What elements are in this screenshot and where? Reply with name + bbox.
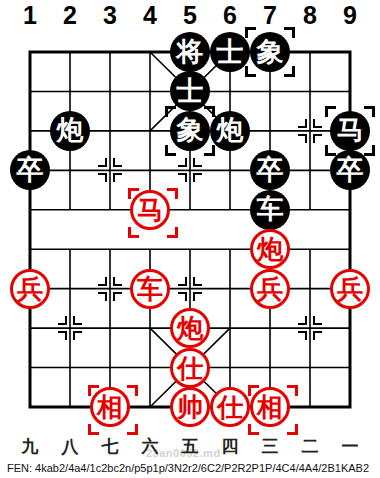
point-marker-corner <box>98 292 107 301</box>
point-marker-corner <box>58 331 67 340</box>
point-marker-corner <box>313 134 322 143</box>
point-marker-corner <box>113 277 122 286</box>
point-marker <box>177 276 203 302</box>
point-marker-corner <box>113 292 122 301</box>
point-marker-corner <box>98 277 107 286</box>
point-marker <box>97 157 123 183</box>
point-marker <box>177 157 203 183</box>
point-marker-corner <box>298 331 307 340</box>
file-label-bottom-3: 七 <box>90 437 130 457</box>
file-label-top-8: 8 <box>290 1 330 29</box>
file-label-bottom-2: 八 <box>50 437 90 457</box>
piece-glyph: 炮 <box>177 315 203 341</box>
point-marker-corner <box>298 134 307 143</box>
piece-glyph: 帅 <box>177 394 203 420</box>
point-marker-corner <box>193 173 202 182</box>
piece-glyph: 相 <box>97 394 123 420</box>
point-marker-corner <box>193 158 202 167</box>
piece-glyph: 仕 <box>217 394 243 420</box>
piece-glyph: 炮 <box>257 236 283 262</box>
piece-red-chariot[interactable]: 车 <box>130 269 170 309</box>
piece-red-horse[interactable]: 马 <box>130 190 170 230</box>
file-label-top-6: 6 <box>210 1 250 29</box>
point-marker-corner <box>193 292 202 301</box>
piece-red-elephant[interactable]: 相 <box>250 387 290 427</box>
file-label-top-2: 2 <box>50 1 90 29</box>
file-label-top-5: 5 <box>170 1 210 29</box>
file-label-top-9: 9 <box>330 1 370 29</box>
point-marker-corner <box>73 316 82 325</box>
point-marker <box>97 276 123 302</box>
piece-glyph: 炮 <box>57 117 84 144</box>
piece-glyph: 马 <box>337 117 364 144</box>
point-marker-corner <box>73 331 82 340</box>
piece-black-elephant[interactable]: 象 <box>170 111 210 151</box>
file-label-bottom-7: 三 <box>250 437 290 457</box>
file-label-top-7: 7 <box>250 1 290 29</box>
piece-glyph: 象 <box>257 39 284 66</box>
piece-red-advisor[interactable]: 仕 <box>210 387 250 427</box>
file-label-bottom-9: 一 <box>330 437 370 457</box>
point-marker-corner <box>178 292 187 301</box>
piece-black-elephant[interactable]: 象 <box>250 32 290 72</box>
piece-black-cannon[interactable]: 炮 <box>210 111 250 151</box>
piece-glyph: 马 <box>137 197 163 223</box>
piece-glyph: 兵 <box>337 276 363 302</box>
point-marker <box>297 118 323 144</box>
point-marker-corner <box>113 173 122 182</box>
point-marker-corner <box>193 277 202 286</box>
point-marker-corner <box>113 158 122 167</box>
piece-glyph: 象 <box>177 117 204 144</box>
file-label-top-3: 3 <box>90 1 130 29</box>
point-marker-corner <box>178 277 187 286</box>
file-label-bottom-6: 四 <box>210 437 250 457</box>
point-marker-corner <box>178 173 187 182</box>
piece-black-general[interactable]: 将 <box>170 32 210 72</box>
piece-red-elephant[interactable]: 相 <box>90 387 130 427</box>
point-marker-corner <box>98 158 107 167</box>
piece-red-cannon[interactable]: 炮 <box>170 308 210 348</box>
fen-caption: FEN: 4kab2/4a4/1c2bc2n/p5p1p/3N2r2/6C2/P… <box>7 462 369 474</box>
piece-red-soldier[interactable]: 兵 <box>10 269 50 309</box>
piece-glyph: 卒 <box>337 157 364 184</box>
piece-glyph: 卒 <box>17 157 44 184</box>
piece-glyph: 卒 <box>257 157 284 184</box>
file-label-bottom-8: 二 <box>290 437 330 457</box>
piece-glyph: 车 <box>137 276 163 302</box>
point-marker-corner <box>178 158 187 167</box>
piece-black-advisor[interactable]: 士 <box>210 32 250 72</box>
piece-red-cannon[interactable]: 炮 <box>250 229 290 269</box>
piece-red-soldier[interactable]: 兵 <box>330 269 370 309</box>
point-marker-corner <box>58 316 67 325</box>
piece-black-horse[interactable]: 马 <box>330 111 370 151</box>
piece-black-chariot[interactable]: 车 <box>250 190 290 230</box>
file-label-top-4: 4 <box>130 1 170 29</box>
file-label-bottom-1: 九 <box>10 437 50 457</box>
point-marker-corner <box>313 316 322 325</box>
piece-glyph: 仕 <box>177 355 203 381</box>
file-label-bottom-4: 六 <box>130 437 170 457</box>
point-marker <box>297 315 323 341</box>
file-label-top-1: 1 <box>10 1 50 29</box>
piece-glyph: 兵 <box>257 276 283 302</box>
point-marker <box>57 315 83 341</box>
piece-glyph: 车 <box>257 196 284 223</box>
point-marker-corner <box>98 173 107 182</box>
point-marker-corner <box>313 331 322 340</box>
piece-glyph: 将 <box>177 39 204 66</box>
piece-red-soldier[interactable]: 兵 <box>250 269 290 309</box>
piece-glyph: 士 <box>217 39 244 66</box>
piece-glyph: 士 <box>177 78 204 105</box>
piece-red-advisor[interactable]: 仕 <box>170 348 210 388</box>
piece-glyph: 相 <box>257 394 283 420</box>
piece-red-general[interactable]: 帅 <box>170 387 210 427</box>
file-label-bottom-5: 五 <box>170 437 210 457</box>
piece-glyph: 兵 <box>17 276 43 302</box>
point-marker-corner <box>298 119 307 128</box>
point-marker-corner <box>298 316 307 325</box>
point-marker-corner <box>313 119 322 128</box>
piece-black-cannon[interactable]: 炮 <box>50 111 90 151</box>
xiangqi-board-app: 123456789 九八七六五四三二一 将士象士炮象炮马卒卒卒车马炮兵车兵兵炮仕… <box>0 0 380 478</box>
piece-glyph: 炮 <box>217 117 244 144</box>
